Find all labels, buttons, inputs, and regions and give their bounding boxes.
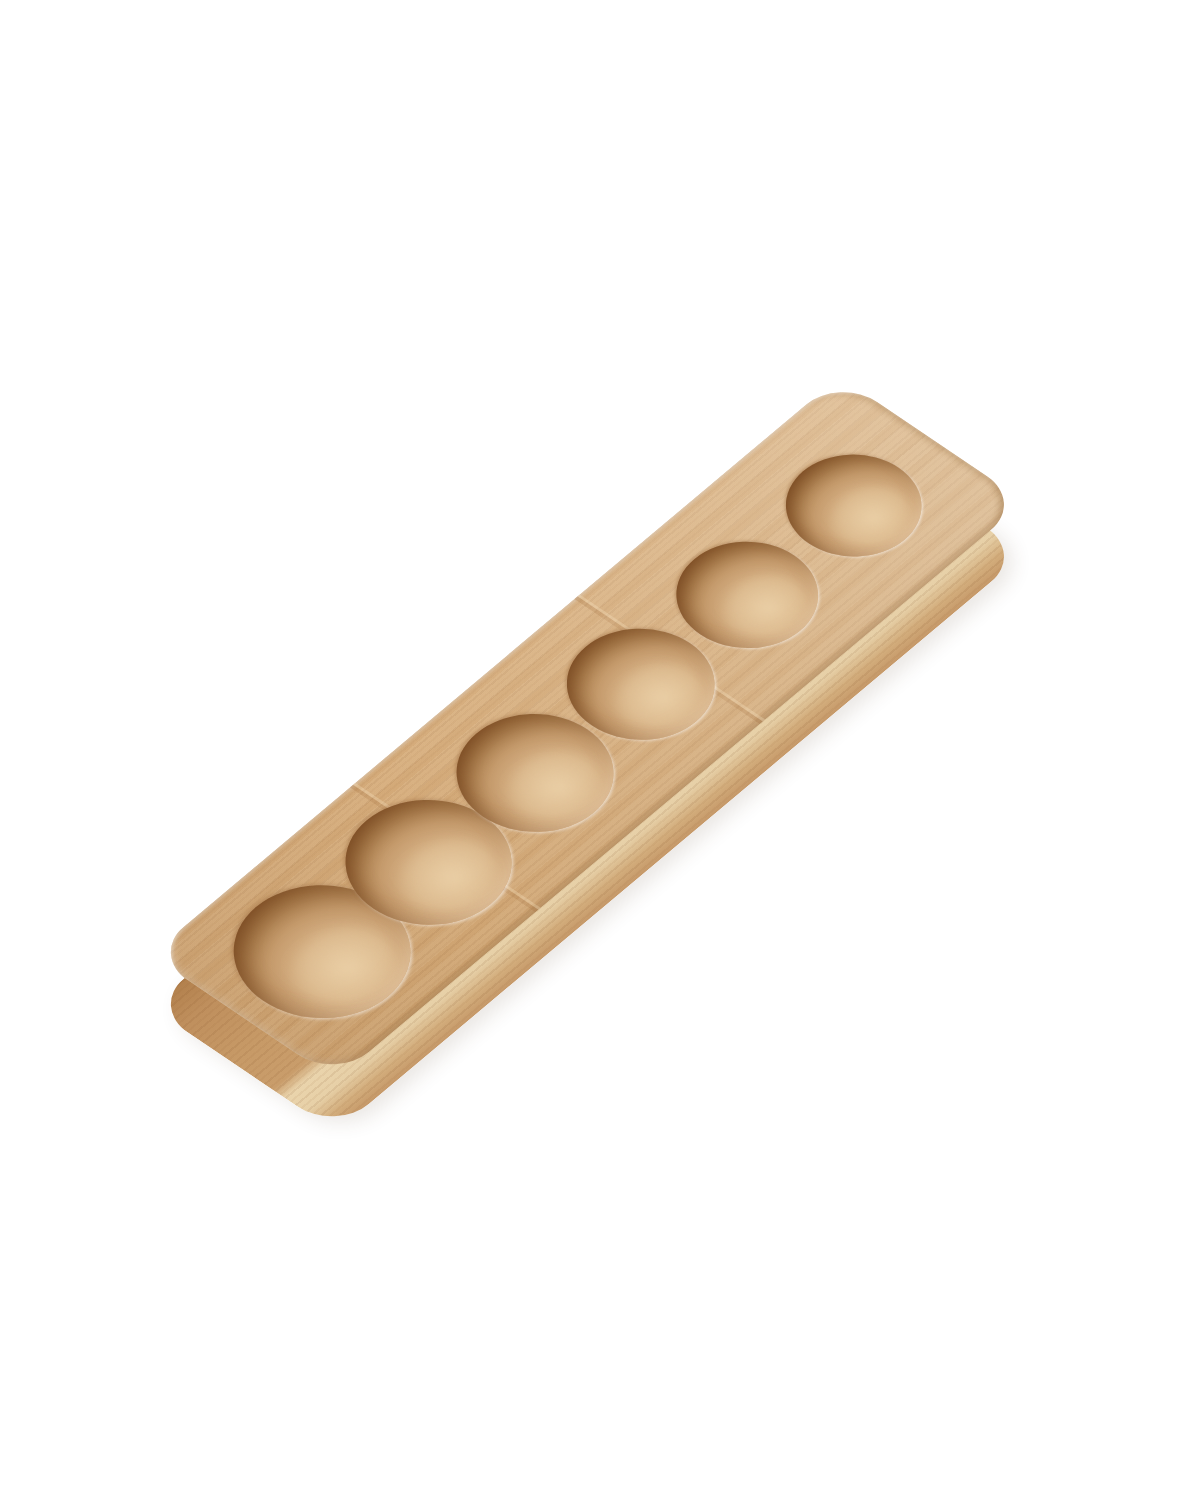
board-top-face [150, 376, 1025, 1080]
photo-stage [0, 0, 1200, 1500]
pit-row [150, 376, 1025, 1080]
